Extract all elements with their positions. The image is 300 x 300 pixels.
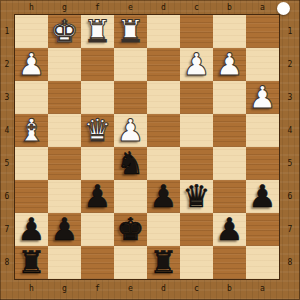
- square-e2[interactable]: [114, 48, 147, 81]
- file-label-bottom-d: d: [147, 280, 180, 300]
- square-c7[interactable]: [180, 213, 213, 246]
- square-b7[interactable]: ♟: [213, 213, 246, 246]
- square-g5[interactable]: [48, 147, 81, 180]
- square-a2[interactable]: [246, 48, 279, 81]
- piece-black-pawn[interactable]: ♟: [51, 214, 79, 245]
- file-label-top-g: g: [48, 0, 81, 14]
- piece-white-rook[interactable]: ♜: [117, 16, 145, 47]
- square-d4[interactable]: [147, 114, 180, 147]
- square-b6[interactable]: [213, 180, 246, 213]
- square-f3[interactable]: [81, 81, 114, 114]
- file-label-bottom-a: a: [246, 280, 279, 300]
- file-label-bottom-g: g: [48, 280, 81, 300]
- piece-white-pawn[interactable]: ♟: [117, 115, 145, 146]
- rank-label-right-4: 4: [280, 114, 300, 147]
- file-label-top-b: b: [213, 0, 246, 14]
- square-d2[interactable]: [147, 48, 180, 81]
- square-c2[interactable]: ♟: [180, 48, 213, 81]
- square-e7[interactable]: ♚: [114, 213, 147, 246]
- square-b1[interactable]: [213, 15, 246, 48]
- square-a1[interactable]: [246, 15, 279, 48]
- square-e6[interactable]: [114, 180, 147, 213]
- file-label-bottom-h: h: [15, 280, 48, 300]
- piece-white-pawn[interactable]: ♟: [18, 49, 46, 80]
- square-b4[interactable]: [213, 114, 246, 147]
- square-c5[interactable]: [180, 147, 213, 180]
- square-a8[interactable]: [246, 246, 279, 279]
- square-e4[interactable]: ♟: [114, 114, 147, 147]
- square-d8[interactable]: ♜: [147, 246, 180, 279]
- piece-white-pawn[interactable]: ♟: [249, 82, 277, 113]
- piece-black-rook[interactable]: ♜: [150, 247, 178, 278]
- square-d6[interactable]: ♟: [147, 180, 180, 213]
- square-h7[interactable]: ♟: [15, 213, 48, 246]
- rank-label-right-2: 2: [280, 48, 300, 81]
- piece-black-pawn[interactable]: ♟: [84, 181, 112, 212]
- file-label-top-a: a: [246, 0, 279, 14]
- square-c4[interactable]: [180, 114, 213, 147]
- square-h5[interactable]: [15, 147, 48, 180]
- square-h1[interactable]: [15, 15, 48, 48]
- piece-black-pawn[interactable]: ♟: [249, 181, 277, 212]
- square-a3[interactable]: ♟: [246, 81, 279, 114]
- square-a7[interactable]: [246, 213, 279, 246]
- square-g2[interactable]: [48, 48, 81, 81]
- piece-white-pawn[interactable]: ♟: [183, 49, 211, 80]
- square-d1[interactable]: [147, 15, 180, 48]
- square-h4[interactable]: ♝: [15, 114, 48, 147]
- square-h2[interactable]: ♟: [15, 48, 48, 81]
- file-label-top-h: h: [15, 0, 48, 14]
- square-b8[interactable]: [213, 246, 246, 279]
- file-label-bottom-f: f: [81, 280, 114, 300]
- rank-label-left-2: 2: [0, 48, 14, 81]
- rank-label-left-3: 3: [0, 81, 14, 114]
- rank-label-right-8: 8: [280, 246, 300, 279]
- square-f4[interactable]: ♛: [81, 114, 114, 147]
- square-e1[interactable]: ♜: [114, 15, 147, 48]
- square-g8[interactable]: [48, 246, 81, 279]
- file-label-bottom-e: e: [114, 280, 147, 300]
- rank-label-right-5: 5: [280, 147, 300, 180]
- square-g4[interactable]: [48, 114, 81, 147]
- square-c3[interactable]: [180, 81, 213, 114]
- square-d3[interactable]: [147, 81, 180, 114]
- piece-white-pawn[interactable]: ♟: [216, 49, 244, 80]
- square-g3[interactable]: [48, 81, 81, 114]
- file-label-bottom-b: b: [213, 280, 246, 300]
- square-h6[interactable]: [15, 180, 48, 213]
- square-b2[interactable]: ♟: [213, 48, 246, 81]
- square-a4[interactable]: [246, 114, 279, 147]
- rank-label-left-6: 6: [0, 180, 14, 213]
- square-b5[interactable]: [213, 147, 246, 180]
- rank-label-right-6: 6: [280, 180, 300, 213]
- square-c1[interactable]: [180, 15, 213, 48]
- rank-label-left-1: 1: [0, 15, 14, 48]
- piece-black-rook[interactable]: ♜: [18, 247, 46, 278]
- square-c8[interactable]: [180, 246, 213, 279]
- file-label-top-c: c: [180, 0, 213, 14]
- square-e3[interactable]: [114, 81, 147, 114]
- piece-black-knight[interactable]: ♞: [117, 148, 145, 179]
- square-h3[interactable]: [15, 81, 48, 114]
- file-label-top-d: d: [147, 0, 180, 14]
- square-f6[interactable]: ♟: [81, 180, 114, 213]
- piece-black-king[interactable]: ♚: [117, 214, 145, 245]
- square-g1[interactable]: ♚: [48, 15, 81, 48]
- rank-label-right-1: 1: [280, 15, 300, 48]
- square-f1[interactable]: ♜: [81, 15, 114, 48]
- piece-black-queen[interactable]: ♛: [183, 181, 211, 212]
- rank-label-left-7: 7: [0, 213, 14, 246]
- piece-white-rook[interactable]: ♜: [84, 16, 112, 47]
- rank-label-left-4: 4: [0, 114, 14, 147]
- square-a6[interactable]: ♟: [246, 180, 279, 213]
- file-label-top-e: e: [114, 0, 147, 14]
- rank-label-left-5: 5: [0, 147, 14, 180]
- rank-label-right-7: 7: [280, 213, 300, 246]
- rank-label-right-3: 3: [280, 81, 300, 114]
- file-label-top-f: f: [81, 0, 114, 14]
- square-d5[interactable]: [147, 147, 180, 180]
- square-a5[interactable]: [246, 147, 279, 180]
- square-f2[interactable]: [81, 48, 114, 81]
- square-d7[interactable]: [147, 213, 180, 246]
- piece-white-king[interactable]: ♚: [51, 16, 79, 47]
- square-c6[interactable]: ♛: [180, 180, 213, 213]
- file-label-bottom-c: c: [180, 280, 213, 300]
- piece-black-pawn[interactable]: ♟: [216, 214, 244, 245]
- square-f8[interactable]: [81, 246, 114, 279]
- piece-black-pawn[interactable]: ♟: [18, 214, 46, 245]
- piece-white-queen[interactable]: ♛: [84, 115, 112, 146]
- rank-label-left-8: 8: [0, 246, 14, 279]
- square-f7[interactable]: [81, 213, 114, 246]
- square-f5[interactable]: [81, 147, 114, 180]
- square-g6[interactable]: [48, 180, 81, 213]
- square-b3[interactable]: [213, 81, 246, 114]
- square-e5[interactable]: ♞: [114, 147, 147, 180]
- chess-board-frame: ♚♜♜♟♟♟♟♝♛♟♞♟♟♛♟♟♟♚♟♜♜ hhggffeeddccbbaa11…: [0, 0, 300, 300]
- square-h8[interactable]: ♜: [15, 246, 48, 279]
- square-e8[interactable]: [114, 246, 147, 279]
- piece-white-bishop[interactable]: ♝: [18, 115, 46, 146]
- square-g7[interactable]: ♟: [48, 213, 81, 246]
- piece-black-pawn[interactable]: ♟: [150, 181, 178, 212]
- chess-board: ♚♜♜♟♟♟♟♝♛♟♞♟♟♛♟♟♟♚♟♜♜: [14, 14, 280, 280]
